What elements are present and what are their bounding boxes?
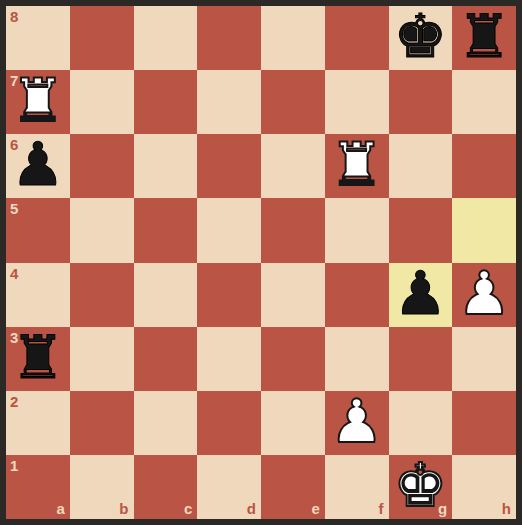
square-e2[interactable]	[261, 391, 325, 455]
file-label-d: d	[247, 501, 256, 516]
square-e6[interactable]	[261, 134, 325, 198]
square-a6[interactable]: 6♟	[6, 134, 70, 198]
square-f5[interactable]	[325, 198, 389, 262]
piece-black-king[interactable]: ♚	[393, 6, 447, 66]
square-c4[interactable]	[134, 263, 198, 327]
square-b5[interactable]	[70, 198, 134, 262]
piece-black-pawn[interactable]: ♟	[11, 134, 65, 194]
piece-white-king[interactable]: ♚	[393, 455, 447, 515]
rank-label-2: 2	[10, 394, 18, 409]
square-e8[interactable]	[261, 6, 325, 70]
square-d4[interactable]	[197, 263, 261, 327]
square-b4[interactable]	[70, 263, 134, 327]
square-b7[interactable]	[70, 70, 134, 134]
file-label-c: c	[184, 501, 192, 516]
square-h4[interactable]: ♟	[452, 263, 516, 327]
square-d8[interactable]	[197, 6, 261, 70]
chess-board: 8♚♜7♜6♟♜54♟♟3♜2♟1abcdefg♚h	[6, 6, 516, 519]
square-g8[interactable]: ♚	[389, 6, 453, 70]
piece-white-pawn[interactable]: ♟	[330, 391, 384, 451]
square-c3[interactable]	[134, 327, 198, 391]
square-g1[interactable]: g♚	[389, 455, 453, 519]
square-f3[interactable]	[325, 327, 389, 391]
square-b8[interactable]	[70, 6, 134, 70]
square-d5[interactable]	[197, 198, 261, 262]
square-a8[interactable]: 8	[6, 6, 70, 70]
square-a3[interactable]: 3♜	[6, 327, 70, 391]
square-g5[interactable]	[389, 198, 453, 262]
square-f6[interactable]: ♜	[325, 134, 389, 198]
square-g4[interactable]: ♟	[389, 263, 453, 327]
square-e5[interactable]	[261, 198, 325, 262]
square-h7[interactable]	[452, 70, 516, 134]
square-e1[interactable]: e	[261, 455, 325, 519]
rank-label-1: 1	[10, 458, 18, 473]
square-e4[interactable]	[261, 263, 325, 327]
file-label-e: e	[311, 501, 319, 516]
square-h2[interactable]	[452, 391, 516, 455]
rank-label-5: 5	[10, 201, 18, 216]
piece-black-rook[interactable]: ♜	[457, 6, 511, 66]
square-h1[interactable]: h	[452, 455, 516, 519]
file-label-h: h	[502, 501, 511, 516]
file-label-a: a	[56, 501, 64, 516]
square-f7[interactable]	[325, 70, 389, 134]
square-g7[interactable]	[389, 70, 453, 134]
square-a1[interactable]: 1a	[6, 455, 70, 519]
square-f2[interactable]: ♟	[325, 391, 389, 455]
square-c8[interactable]	[134, 6, 198, 70]
square-c5[interactable]	[134, 198, 198, 262]
square-h6[interactable]	[452, 134, 516, 198]
square-b2[interactable]	[70, 391, 134, 455]
piece-white-rook[interactable]: ♜	[11, 70, 65, 130]
square-h5[interactable]	[452, 198, 516, 262]
file-label-b: b	[119, 501, 128, 516]
square-g2[interactable]	[389, 391, 453, 455]
square-e3[interactable]	[261, 327, 325, 391]
piece-white-rook[interactable]: ♜	[330, 134, 384, 194]
square-a2[interactable]: 2	[6, 391, 70, 455]
square-c2[interactable]	[134, 391, 198, 455]
piece-white-pawn[interactable]: ♟	[457, 263, 511, 323]
square-c7[interactable]	[134, 70, 198, 134]
rank-label-8: 8	[10, 9, 18, 24]
square-b6[interactable]	[70, 134, 134, 198]
square-f8[interactable]	[325, 6, 389, 70]
square-g3[interactable]	[389, 327, 453, 391]
square-d3[interactable]	[197, 327, 261, 391]
square-h8[interactable]: ♜	[452, 6, 516, 70]
square-d1[interactable]: d	[197, 455, 261, 519]
square-f4[interactable]	[325, 263, 389, 327]
square-h3[interactable]	[452, 327, 516, 391]
piece-black-rook[interactable]: ♜	[11, 327, 65, 387]
square-b1[interactable]: b	[70, 455, 134, 519]
piece-black-pawn[interactable]: ♟	[393, 263, 447, 323]
file-label-f: f	[379, 501, 384, 516]
square-g6[interactable]	[389, 134, 453, 198]
square-d6[interactable]	[197, 134, 261, 198]
rank-label-4: 4	[10, 266, 18, 281]
square-f1[interactable]: f	[325, 455, 389, 519]
square-a4[interactable]: 4	[6, 263, 70, 327]
square-e7[interactable]	[261, 70, 325, 134]
square-d2[interactable]	[197, 391, 261, 455]
square-a7[interactable]: 7♜	[6, 70, 70, 134]
square-b3[interactable]	[70, 327, 134, 391]
chess-board-frame: 8♚♜7♜6♟♜54♟♟3♜2♟1abcdefg♚h	[0, 0, 522, 525]
square-a5[interactable]: 5	[6, 198, 70, 262]
square-d7[interactable]	[197, 70, 261, 134]
square-c1[interactable]: c	[134, 455, 198, 519]
square-c6[interactable]	[134, 134, 198, 198]
